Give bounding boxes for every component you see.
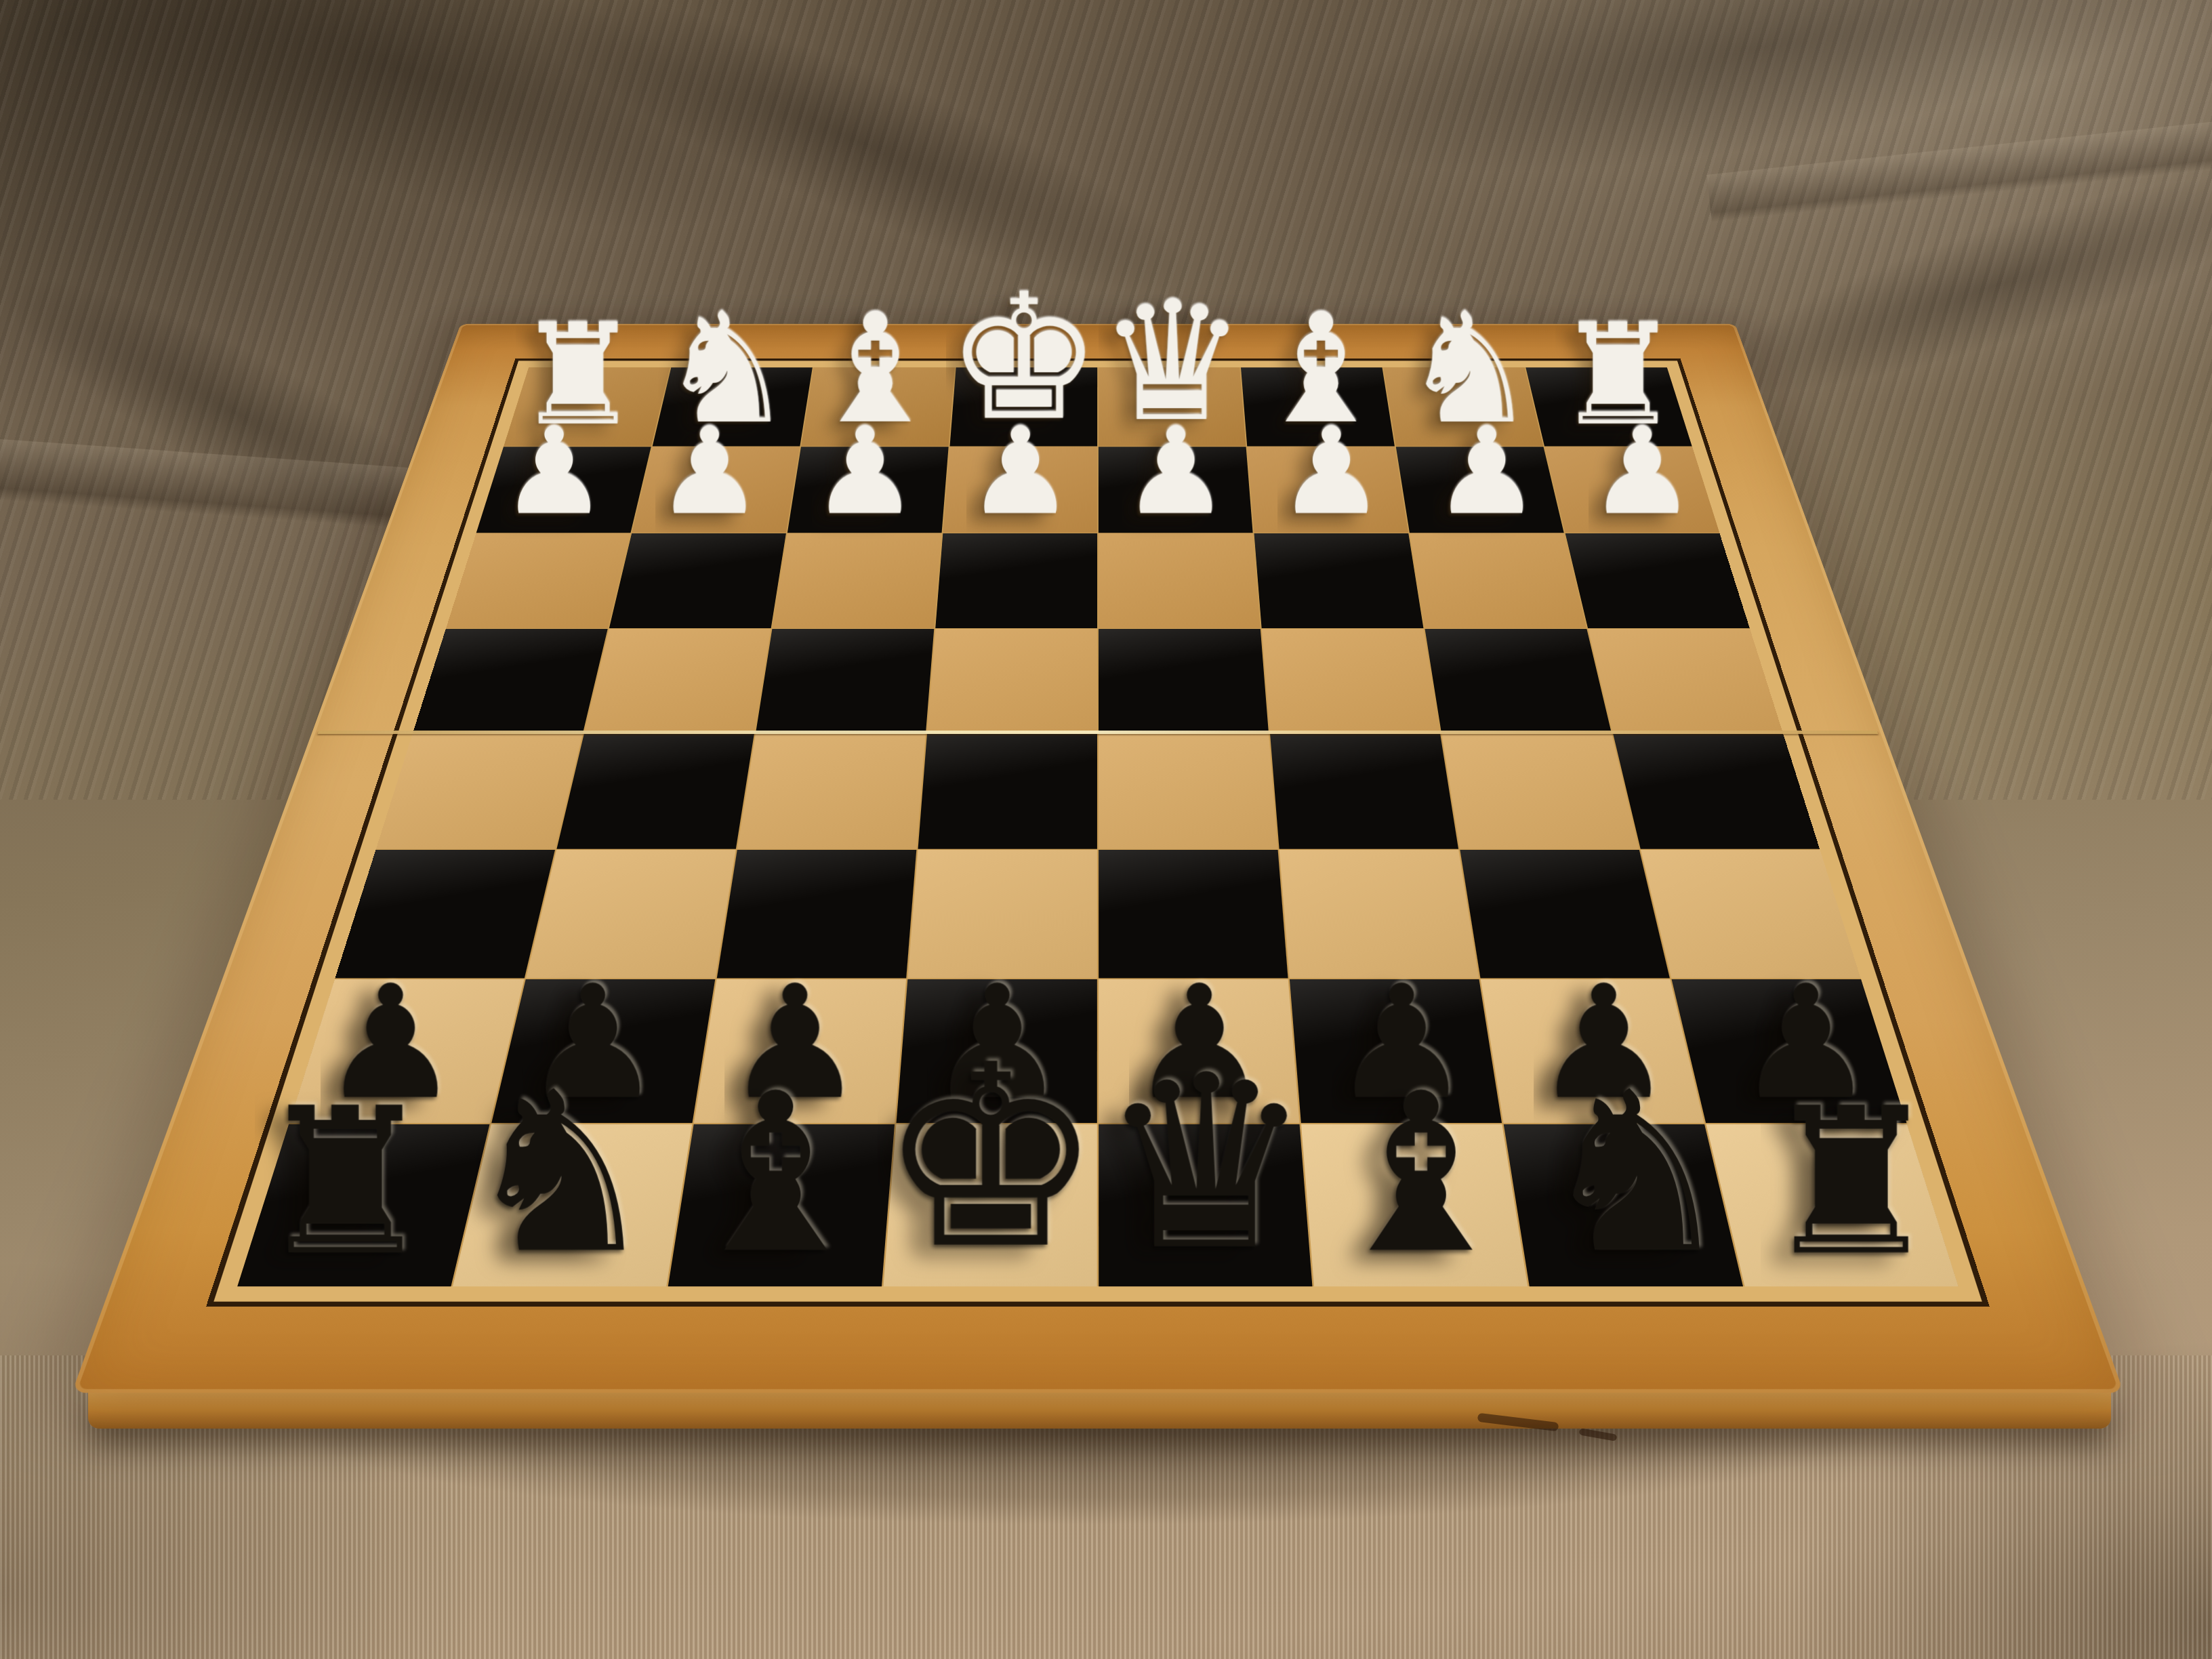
square-h3[interactable] [446,533,630,628]
square-d2[interactable]: ♟ [1099,447,1253,533]
black-bishop-f8[interactable]: ♝ [677,1064,874,1284]
square-h8[interactable]: ♜ [237,1124,489,1286]
square-g3[interactable] [609,533,786,628]
square-d5[interactable] [1099,734,1277,849]
square-a8[interactable]: ♜ [1706,1124,1959,1286]
photo-scene: ♜♞♝♚♛♝♞♜♟♟♟♟♟♟♟♟♟♟♟♟♟♟♟♟♜♞♝♚♛♝♞♜ [0,0,2212,1659]
square-e5[interactable] [918,734,1097,849]
square-a2[interactable]: ♟ [1544,447,1719,533]
square-c3[interactable] [1254,533,1424,628]
square-e8[interactable]: ♚ [883,1124,1097,1286]
white-pawn-h2[interactable]: ♟ [500,411,608,532]
square-e4[interactable] [927,629,1097,733]
square-g4[interactable] [584,629,771,733]
square-e3[interactable] [935,533,1097,628]
square-d3[interactable] [1099,533,1261,628]
board-hinge-seam [318,731,1879,734]
square-c5[interactable] [1270,734,1458,849]
square-h4[interactable] [413,629,608,733]
black-bishop-c8[interactable]: ♝ [1322,1064,1519,1284]
white-pawn-b2[interactable]: ♟ [1433,411,1540,532]
white-pawn-f2[interactable]: ♟ [811,411,918,532]
black-knight-b8[interactable]: ♞ [1536,1063,1734,1284]
square-b2[interactable]: ♟ [1396,447,1564,533]
square-f4[interactable] [756,629,934,733]
square-c4[interactable] [1262,629,1440,733]
white-pawn-c2[interactable]: ♟ [1277,411,1385,532]
square-f8[interactable]: ♝ [668,1124,895,1286]
white-pawn-d2[interactable]: ♟ [1122,411,1229,532]
square-f2[interactable]: ♟ [787,447,949,533]
black-rook-a8[interactable]: ♜ [1760,1082,1942,1284]
square-g8[interactable]: ♞ [453,1124,692,1286]
board-grid: ♜♞♝♚♛♝♞♜♟♟♟♟♟♟♟♟♟♟♟♟♟♟♟♟♜♞♝♚♛♝♞♜ [237,367,1959,1286]
board-front-edge [88,1388,2111,1429]
white-pawn-a2[interactable]: ♟ [1588,411,1696,532]
square-d4[interactable] [1099,629,1269,733]
black-queen-d8[interactable]: ♛ [1098,1044,1313,1284]
square-b5[interactable] [1441,734,1639,849]
square-f5[interactable] [737,734,926,849]
black-king-e8[interactable]: ♚ [878,1032,1103,1284]
square-g5[interactable] [556,734,754,849]
square-e2[interactable]: ♟ [943,447,1097,533]
square-a4[interactable] [1588,629,1783,733]
square-g2[interactable]: ♟ [632,447,800,533]
square-b4[interactable] [1425,629,1611,733]
square-h5[interactable] [376,734,583,849]
white-pawn-e2[interactable]: ♟ [966,411,1074,532]
square-h2[interactable]: ♟ [476,447,651,533]
square-a5[interactable] [1613,734,1820,849]
square-b3[interactable] [1410,533,1586,628]
square-c2[interactable]: ♟ [1247,447,1408,533]
square-a3[interactable] [1565,533,1750,628]
black-rook-h8[interactable]: ♜ [254,1082,436,1284]
square-f3[interactable] [773,533,942,628]
square-b8[interactable]: ♞ [1504,1124,1743,1286]
white-pawn-g2[interactable]: ♟ [655,411,763,532]
black-knight-g8[interactable]: ♞ [461,1063,659,1284]
square-c8[interactable]: ♝ [1301,1124,1528,1286]
square-d8[interactable]: ♛ [1099,1124,1312,1286]
board-inner-border: ♜♞♝♚♛♝♞♜♟♟♟♟♟♟♟♟♟♟♟♟♟♟♟♟♜♞♝♚♛♝♞♜ [206,359,1990,1306]
